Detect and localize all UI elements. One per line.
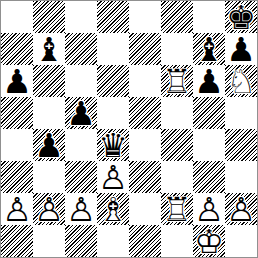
square-h8[interactable]: ♚♚ (225, 1, 257, 33)
square-c4[interactable] (65, 129, 97, 161)
square-g6[interactable]: ♟♟ (193, 65, 225, 97)
square-h3[interactable] (225, 161, 257, 193)
piece-fill-silhouette: ♟ (193, 193, 225, 225)
square-c1[interactable] (65, 225, 97, 257)
square-f5[interactable] (161, 97, 193, 129)
square-b4[interactable]: ♟♟ (33, 129, 65, 161)
piece-white-pawn-h2: ♙ (225, 193, 257, 225)
square-g1[interactable]: ♚♔ (193, 225, 225, 257)
piece-black-bishop-g7: ♝ (193, 33, 225, 65)
square-f8[interactable] (161, 1, 193, 33)
square-c7[interactable] (65, 33, 97, 65)
square-h1[interactable] (225, 225, 257, 257)
square-e4[interactable] (129, 129, 161, 161)
piece-fill-silhouette: ♟ (65, 97, 97, 129)
square-c6[interactable] (65, 65, 97, 97)
square-c2[interactable]: ♟♙ (65, 193, 97, 225)
square-a7[interactable] (1, 33, 33, 65)
square-f7[interactable] (161, 33, 193, 65)
square-d5[interactable] (97, 97, 129, 129)
square-h7[interactable]: ♟♟ (225, 33, 257, 65)
square-h2[interactable]: ♟♙ (225, 193, 257, 225)
square-b5[interactable] (33, 97, 65, 129)
square-c3[interactable] (65, 161, 97, 193)
square-d6[interactable] (97, 65, 129, 97)
square-b8[interactable] (33, 1, 65, 33)
square-f6[interactable]: ♜♖ (161, 65, 193, 97)
piece-white-pawn-b2: ♙ (33, 193, 65, 225)
square-h6[interactable]: ♞♘ (225, 65, 257, 97)
square-b2[interactable]: ♟♙ (33, 193, 65, 225)
square-d8[interactable] (97, 1, 129, 33)
piece-white-knight-h6: ♘ (225, 65, 257, 97)
square-b3[interactable] (33, 161, 65, 193)
piece-fill-silhouette: ♟ (65, 193, 97, 225)
square-e6[interactable] (129, 65, 161, 97)
square-g7[interactable]: ♝♝ (193, 33, 225, 65)
square-f4[interactable] (161, 129, 193, 161)
square-e7[interactable] (129, 33, 161, 65)
square-g2[interactable]: ♟♙ (193, 193, 225, 225)
piece-fill-silhouette: ♛ (97, 129, 129, 161)
square-g4[interactable] (193, 129, 225, 161)
square-a1[interactable] (1, 225, 33, 257)
piece-black-queen-d4: ♛ (97, 129, 129, 161)
square-a4[interactable] (1, 129, 33, 161)
square-c8[interactable] (65, 1, 97, 33)
square-f2[interactable]: ♜♖ (161, 193, 193, 225)
piece-black-king-h8: ♚ (225, 1, 257, 33)
square-a8[interactable] (1, 1, 33, 33)
square-e3[interactable] (129, 161, 161, 193)
piece-fill-silhouette: ♟ (225, 193, 257, 225)
piece-fill-silhouette: ♝ (33, 33, 65, 65)
chess-diagram: ♚♚♝♝♝♝♟♟♟♟♜♖♟♟♞♘♟♟♟♟♛♛♟♙♟♙♟♙♟♙♝♗♜♖♟♙♟♙♚♔ (0, 0, 258, 258)
square-e5[interactable] (129, 97, 161, 129)
piece-white-rook-f2: ♖ (161, 193, 193, 225)
piece-white-pawn-a2: ♙ (1, 193, 33, 225)
piece-black-pawn-a6: ♟ (1, 65, 33, 97)
piece-fill-silhouette: ♜ (161, 65, 193, 97)
square-f3[interactable] (161, 161, 193, 193)
piece-black-bishop-b7: ♝ (33, 33, 65, 65)
square-d3[interactable]: ♟♙ (97, 161, 129, 193)
piece-black-pawn-h7: ♟ (225, 33, 257, 65)
square-a2[interactable]: ♟♙ (1, 193, 33, 225)
square-f1[interactable] (161, 225, 193, 257)
square-a5[interactable] (1, 97, 33, 129)
chess-board: ♚♚♝♝♝♝♟♟♟♟♜♖♟♟♞♘♟♟♟♟♛♛♟♙♟♙♟♙♟♙♝♗♜♖♟♙♟♙♚♔ (0, 0, 258, 258)
square-h4[interactable] (225, 129, 257, 161)
square-g5[interactable] (193, 97, 225, 129)
piece-fill-silhouette: ♟ (33, 193, 65, 225)
piece-fill-silhouette: ♝ (193, 33, 225, 65)
square-e2[interactable] (129, 193, 161, 225)
square-b6[interactable] (33, 65, 65, 97)
piece-white-pawn-d3: ♙ (97, 161, 129, 193)
square-d1[interactable] (97, 225, 129, 257)
square-a6[interactable]: ♟♟ (1, 65, 33, 97)
piece-fill-silhouette: ♟ (1, 193, 33, 225)
piece-fill-silhouette: ♝ (97, 193, 129, 225)
piece-fill-silhouette: ♜ (161, 193, 193, 225)
square-g8[interactable] (193, 1, 225, 33)
square-b7[interactable]: ♝♝ (33, 33, 65, 65)
square-h5[interactable] (225, 97, 257, 129)
piece-white-king-g1: ♔ (193, 225, 225, 257)
piece-fill-silhouette: ♞ (225, 65, 257, 97)
square-d4[interactable]: ♛♛ (97, 129, 129, 161)
piece-fill-silhouette: ♟ (193, 65, 225, 97)
piece-black-pawn-g6: ♟ (193, 65, 225, 97)
piece-white-bishop-d2: ♗ (97, 193, 129, 225)
piece-black-pawn-b4: ♟ (33, 129, 65, 161)
piece-black-pawn-c5: ♟ (65, 97, 97, 129)
piece-white-pawn-c2: ♙ (65, 193, 97, 225)
piece-fill-silhouette: ♟ (97, 161, 129, 193)
piece-fill-silhouette: ♟ (33, 129, 65, 161)
piece-fill-silhouette: ♟ (1, 65, 33, 97)
square-d2[interactable]: ♝♗ (97, 193, 129, 225)
square-e8[interactable] (129, 1, 161, 33)
square-a3[interactable] (1, 161, 33, 193)
square-d7[interactable] (97, 33, 129, 65)
piece-fill-silhouette: ♚ (225, 1, 257, 33)
piece-fill-silhouette: ♚ (193, 225, 225, 257)
square-g3[interactable] (193, 161, 225, 193)
square-e1[interactable] (129, 225, 161, 257)
square-b1[interactable] (33, 225, 65, 257)
piece-fill-silhouette: ♟ (225, 33, 257, 65)
square-c5[interactable]: ♟♟ (65, 97, 97, 129)
piece-white-pawn-g2: ♙ (193, 193, 225, 225)
piece-white-rook-f6: ♖ (161, 65, 193, 97)
